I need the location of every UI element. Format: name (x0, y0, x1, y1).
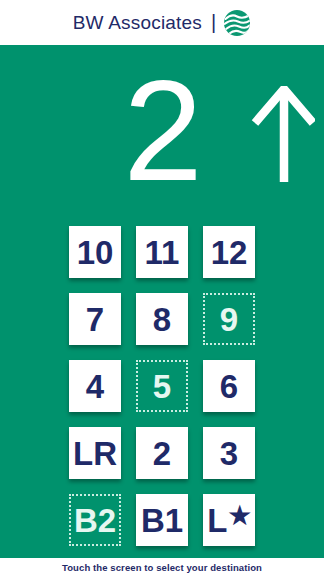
floor-button-label: 8 (153, 303, 171, 336)
floor-button-4[interactable]: 4 (69, 360, 121, 412)
brand-globe-logo-icon (223, 9, 251, 37)
floor-button-label: 6 (220, 370, 238, 403)
floor-button-3[interactable]: 3 (203, 427, 255, 479)
floor-button-label: 12 (211, 236, 248, 269)
floor-button-label: 11 (145, 236, 180, 269)
header-bar: BW Associates | (0, 0, 324, 45)
floor-button-label: 10 (77, 236, 114, 269)
star-icon: ★ (228, 503, 250, 528)
floor-button-label: LR (73, 437, 117, 470)
footer-bar: Touch the screen to select your destinat… (0, 558, 324, 576)
floor-button-label: 2 (153, 437, 171, 470)
floor-button-label: L (207, 504, 227, 537)
floor-button-6[interactable]: 6 (203, 360, 255, 412)
instruction-text: Touch the screen to select your destinat… (62, 562, 262, 573)
floor-button-label: 5 (153, 370, 171, 403)
floor-button-label: B2 (74, 504, 116, 537)
floor-button-label: 9 (220, 303, 238, 336)
keypad: 101112789456LR23B2B1L★ (69, 226, 255, 546)
floor-button-label: 3 (220, 437, 238, 470)
floor-button-2[interactable]: 2 (136, 427, 188, 479)
floor-button-10[interactable]: 10 (69, 226, 121, 278)
floor-button-label: 7 (86, 303, 104, 336)
floor-button-label: 4 (86, 370, 104, 403)
floor-button-B1[interactable]: B1 (136, 494, 188, 546)
brand-title: BW Associates (73, 12, 202, 34)
floor-button-7[interactable]: 7 (69, 293, 121, 345)
up-arrow-icon (251, 86, 315, 184)
floor-button-label: B1 (141, 504, 183, 537)
floor-button-LR[interactable]: LR (69, 427, 121, 479)
floor-button-9: 9 (203, 293, 255, 345)
floor-button-5: 5 (136, 360, 188, 412)
floor-button-B2: B2 (69, 494, 121, 546)
brand-separator: | (211, 11, 216, 34)
assigned-car-floor: 2 (96, 59, 230, 202)
floor-button-8[interactable]: 8 (136, 293, 188, 345)
floor-button-L-star[interactable]: L★ (203, 494, 255, 546)
floor-button-11[interactable]: 11 (136, 226, 188, 278)
destination-display: 2 101112789456LR23B2B1L★ (0, 45, 324, 558)
floor-button-12[interactable]: 12 (203, 226, 255, 278)
